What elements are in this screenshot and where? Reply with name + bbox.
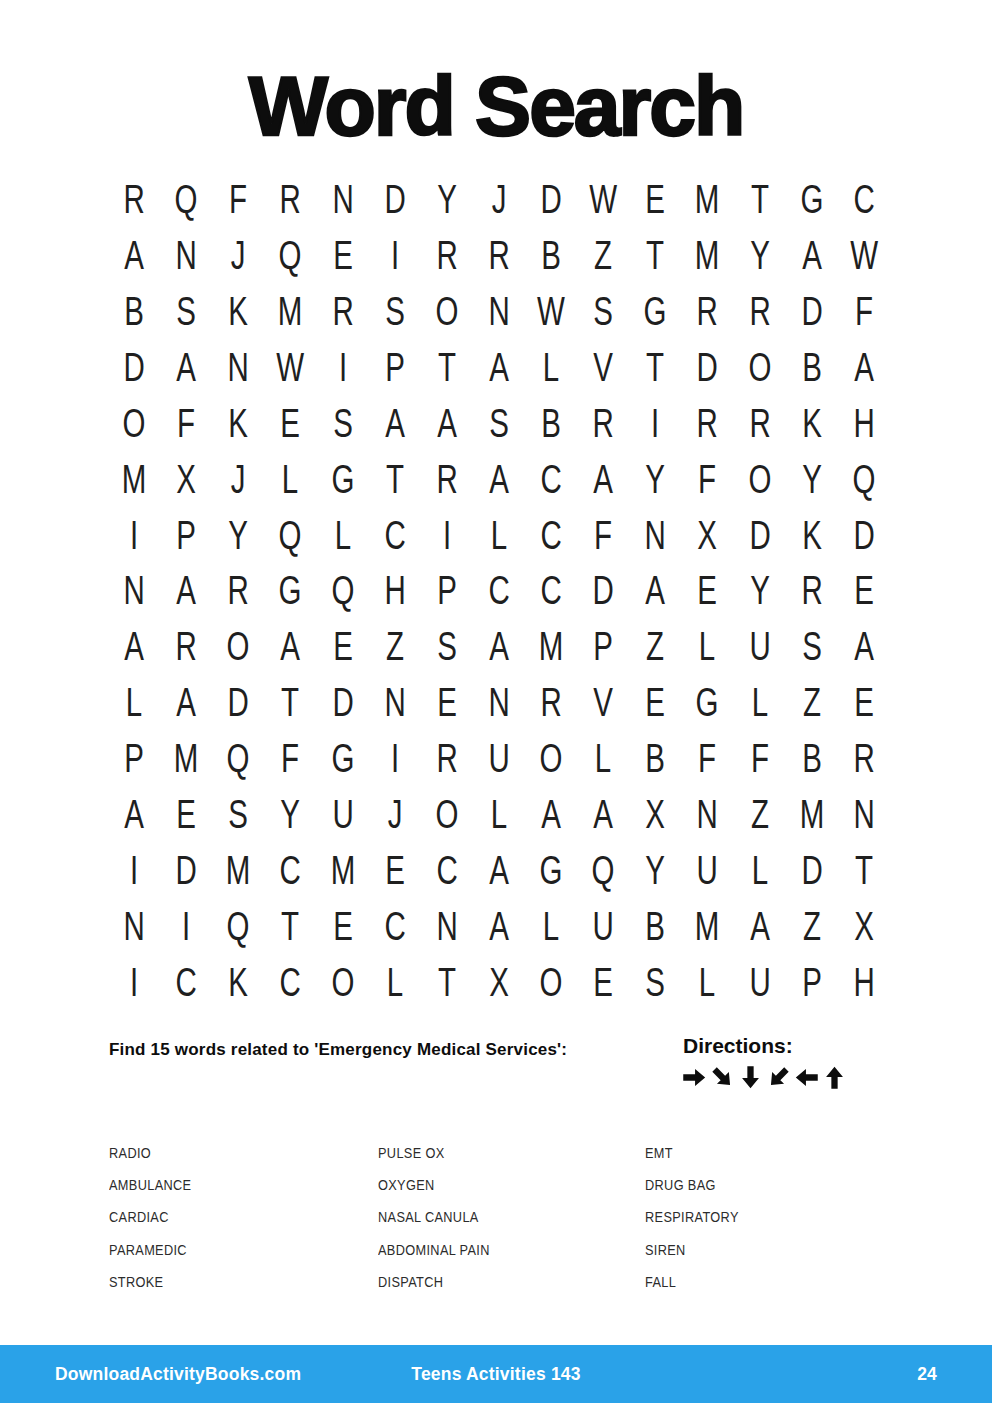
grid-cell-r13c13[interactable]: L: [741, 842, 779, 898]
grid-cell-r13c4[interactable]: C: [272, 842, 310, 898]
page-title: Word Search: [0, 58, 992, 155]
grid-cell-r11c15[interactable]: R: [845, 731, 883, 787]
grid-cell-r5c3[interactable]: K: [220, 395, 258, 451]
grid-cell-r1c7[interactable]: Y: [428, 172, 466, 228]
grid-cell-r11c2[interactable]: M: [167, 731, 205, 787]
grid-cell-r13c7[interactable]: C: [428, 842, 466, 898]
grid-cell-r11c11[interactable]: B: [637, 731, 675, 787]
grid-cell-r5c6[interactable]: A: [376, 395, 414, 451]
word-item: OXYGEN: [378, 1168, 605, 1200]
grid-cell-r8c7[interactable]: P: [428, 563, 466, 619]
grid-cell-r15c14[interactable]: P: [793, 954, 831, 1010]
clue-text: Find 15 words related to 'Emergency Medi…: [109, 1040, 669, 1060]
grid-cell-r1c2[interactable]: Q: [167, 172, 205, 228]
grid-cell-r9c11[interactable]: Z: [637, 619, 675, 675]
word-item: PULSE OX: [378, 1136, 605, 1168]
grid-cell-r8c6[interactable]: H: [376, 563, 414, 619]
grid-cell-r3c3[interactable]: K: [220, 284, 258, 340]
grid-cell-r15c12[interactable]: L: [689, 954, 727, 1010]
grid-cell-r5c9[interactable]: B: [532, 395, 570, 451]
grid-cell-r12c8[interactable]: L: [480, 787, 518, 843]
grid-cell-r11c10[interactable]: L: [584, 731, 622, 787]
grid-cell-r3c12[interactable]: R: [689, 284, 727, 340]
grid-cell-r14c6[interactable]: C: [376, 898, 414, 954]
grid-cell-r14c12[interactable]: M: [689, 898, 727, 954]
grid-cell-r10c15[interactable]: E: [845, 675, 883, 731]
grid-cell-r9c13[interactable]: U: [741, 619, 779, 675]
grid-cell-r15c3[interactable]: K: [220, 954, 258, 1010]
grid-cell-r3c5[interactable]: R: [324, 284, 362, 340]
grid-cell-r5c13[interactable]: R: [741, 395, 779, 451]
grid-cell-r2c7[interactable]: R: [428, 228, 466, 284]
grid-cell-r10c7[interactable]: E: [428, 675, 466, 731]
word-search-grid: RQFRNDYJDWEMTGCANJQEIRRBZTMYAWBSKMRSONWS…: [108, 172, 890, 1010]
grid-cell-r10c2[interactable]: A: [167, 675, 205, 731]
grid-cell-r4c8[interactable]: A: [480, 340, 518, 396]
grid-cell-r11c4[interactable]: F: [272, 731, 310, 787]
word-column-0: RADIOAMBULANCECARDIACPARAMEDICSTROKE: [109, 1136, 378, 1297]
grid-cell-r15c8[interactable]: X: [480, 954, 518, 1010]
grid-cell-r12c4[interactable]: Y: [272, 787, 310, 843]
grid-cell-r3c10[interactable]: S: [584, 284, 622, 340]
grid-cell-r3c6[interactable]: S: [376, 284, 414, 340]
grid-cell-r8c2[interactable]: A: [167, 563, 205, 619]
grid-cell-r1c14[interactable]: G: [793, 172, 831, 228]
grid-cell-r8c11[interactable]: A: [637, 563, 675, 619]
grid-cell-r5c10[interactable]: R: [584, 395, 622, 451]
grid-cell-r15c15[interactable]: H: [845, 954, 883, 1010]
grid-cell-r1c1[interactable]: R: [115, 172, 153, 228]
grid-cell-r14c3[interactable]: Q: [220, 898, 258, 954]
grid-cell-r2c5[interactable]: E: [324, 228, 362, 284]
grid-cell-r9c12[interactable]: L: [689, 619, 727, 675]
grid-cell-r10c10[interactable]: V: [584, 675, 622, 731]
grid-cell-r9c2[interactable]: R: [167, 619, 205, 675]
grid-cell-r3c8[interactable]: N: [480, 284, 518, 340]
grid-cell-r15c4[interactable]: C: [272, 954, 310, 1010]
grid-cell-r6c7[interactable]: R: [428, 451, 466, 507]
grid-cell-r6c6[interactable]: T: [376, 451, 414, 507]
grid-cell-r11c7[interactable]: R: [428, 731, 466, 787]
grid-cell-r4c10[interactable]: V: [584, 340, 622, 396]
grid-cell-r6c2[interactable]: X: [167, 451, 205, 507]
grid-cell-r6c8[interactable]: A: [480, 451, 518, 507]
arrow-down-right-icon: [703, 1058, 741, 1096]
grid-cell-r1c6[interactable]: D: [376, 172, 414, 228]
grid-cell-r12c6[interactable]: J: [376, 787, 414, 843]
grid-cell-r7c8[interactable]: L: [480, 507, 518, 563]
grid-cell-r7c7[interactable]: I: [428, 507, 466, 563]
grid-cell-r4c11[interactable]: T: [637, 340, 675, 396]
grid-cell-r3c4[interactable]: M: [272, 284, 310, 340]
grid-cell-r14c5[interactable]: E: [324, 898, 362, 954]
grid-cell-r10c3[interactable]: D: [220, 675, 258, 731]
word-item: AMBULANCE: [109, 1168, 338, 1200]
grid-cell-r15c7[interactable]: T: [428, 954, 466, 1010]
grid-cell-r10c13[interactable]: L: [741, 675, 779, 731]
grid-cell-r10c12[interactable]: G: [689, 675, 727, 731]
grid-cell-r6c1[interactable]: M: [115, 451, 153, 507]
grid-cell-r10c11[interactable]: E: [637, 675, 675, 731]
grid-cell-r3c7[interactable]: O: [428, 284, 466, 340]
grid-cell-r5c15[interactable]: H: [845, 395, 883, 451]
grid-cell-r13c8[interactable]: A: [480, 842, 518, 898]
grid-cell-r2c12[interactable]: M: [689, 228, 727, 284]
grid-cell-r5c2[interactable]: F: [167, 395, 205, 451]
grid-cell-r7c12[interactable]: X: [689, 507, 727, 563]
grid-cell-r7c15[interactable]: D: [845, 507, 883, 563]
grid-cell-r3c11[interactable]: G: [637, 284, 675, 340]
grid-cell-r12c7[interactable]: O: [428, 787, 466, 843]
directions-arrows: [681, 1064, 913, 1091]
grid-cell-r11c5[interactable]: G: [324, 731, 362, 787]
word-item: SIREN: [645, 1233, 861, 1265]
grid-cell-r9c5[interactable]: E: [324, 619, 362, 675]
grid-cell-r6c4[interactable]: L: [272, 451, 310, 507]
grid-cell-r2c6[interactable]: I: [376, 228, 414, 284]
grid-cell-r11c13[interactable]: F: [741, 731, 779, 787]
grid-cell-r12c10[interactable]: A: [584, 787, 622, 843]
grid-cell-r13c5[interactable]: M: [324, 842, 362, 898]
grid-cell-r5c12[interactable]: R: [689, 395, 727, 451]
grid-cell-r8c3[interactable]: R: [220, 563, 258, 619]
grid-cell-r8c1[interactable]: N: [115, 563, 153, 619]
grid-cell-r8c13[interactable]: Y: [741, 563, 779, 619]
grid-cell-r15c5[interactable]: O: [324, 954, 362, 1010]
grid-cell-r1c3[interactable]: F: [220, 172, 258, 228]
grid-cell-r7c5[interactable]: L: [324, 507, 362, 563]
word-item: PARAMEDIC: [109, 1233, 338, 1265]
grid-cell-r5c1[interactable]: O: [115, 395, 153, 451]
grid-cell-r2c3[interactable]: J: [220, 228, 258, 284]
grid-cell-r4c4[interactable]: W: [272, 340, 310, 396]
grid-cell-r12c13[interactable]: Z: [741, 787, 779, 843]
grid-cell-r11c1[interactable]: P: [115, 731, 153, 787]
grid-cell-r12c14[interactable]: M: [793, 787, 831, 843]
grid-cell-r12c15[interactable]: N: [845, 787, 883, 843]
word-item: ABDOMINAL PAIN: [378, 1233, 605, 1265]
grid-cell-r12c12[interactable]: N: [689, 787, 727, 843]
grid-cell-r2c4[interactable]: Q: [272, 228, 310, 284]
grid-cell-r7c4[interactable]: Q: [272, 507, 310, 563]
grid-cell-r9c3[interactable]: O: [220, 619, 258, 675]
grid-cell-r4c13[interactable]: O: [741, 340, 779, 396]
grid-cell-r9c6[interactable]: Z: [376, 619, 414, 675]
grid-cell-r7c14[interactable]: K: [793, 507, 831, 563]
grid-cell-r12c2[interactable]: E: [167, 787, 205, 843]
grid-cell-r8c9[interactable]: C: [532, 563, 570, 619]
word-item: EMT: [645, 1136, 861, 1168]
grid-cell-r2c2[interactable]: N: [167, 228, 205, 284]
grid-cell-r13c3[interactable]: M: [220, 842, 258, 898]
grid-cell-r5c7[interactable]: A: [428, 395, 466, 451]
directions-label: Directions:: [683, 1034, 913, 1058]
grid-cell-r4c9[interactable]: L: [532, 340, 570, 396]
grid-cell-r1c4[interactable]: R: [272, 172, 310, 228]
grid-cell-r13c6[interactable]: E: [376, 842, 414, 898]
grid-cell-r2c13[interactable]: Y: [741, 228, 779, 284]
grid-cell-r6c12[interactable]: F: [689, 451, 727, 507]
grid-cell-r4c2[interactable]: A: [167, 340, 205, 396]
grid-cell-r7c9[interactable]: C: [532, 507, 570, 563]
grid-cell-r13c2[interactable]: D: [167, 842, 205, 898]
grid-cell-r6c11[interactable]: Y: [637, 451, 675, 507]
footer-page-number: 24: [643, 1364, 937, 1385]
grid-cell-r11c12[interactable]: F: [689, 731, 727, 787]
arrow-up-icon: [821, 1064, 848, 1091]
word-column-2: EMTDRUG BAGRESPIRATORYSIRENFALL: [645, 1136, 899, 1297]
word-item: RADIO: [109, 1136, 338, 1168]
grid-cell-r9c10[interactable]: P: [584, 619, 622, 675]
grid-cell-r6c15[interactable]: Q: [845, 451, 883, 507]
grid-cell-r11c8[interactable]: U: [480, 731, 518, 787]
grid-cell-r13c12[interactable]: U: [689, 842, 727, 898]
grid-cell-r3c15[interactable]: F: [845, 284, 883, 340]
grid-cell-r3c9[interactable]: W: [532, 284, 570, 340]
grid-cell-r6c10[interactable]: A: [584, 451, 622, 507]
grid-cell-r1c11[interactable]: E: [637, 172, 675, 228]
grid-cell-r14c8[interactable]: A: [480, 898, 518, 954]
grid-cell-r4c1[interactable]: D: [115, 340, 153, 396]
grid-cell-r11c6[interactable]: I: [376, 731, 414, 787]
grid-cell-r7c13[interactable]: D: [741, 507, 779, 563]
grid-cell-r4c7[interactable]: T: [428, 340, 466, 396]
grid-cell-r13c11[interactable]: Y: [637, 842, 675, 898]
grid-cell-r8c5[interactable]: Q: [324, 563, 362, 619]
grid-cell-r4c3[interactable]: N: [220, 340, 258, 396]
grid-cell-r12c5[interactable]: U: [324, 787, 362, 843]
grid-cell-r7c1[interactable]: I: [115, 507, 153, 563]
grid-cell-r8c4[interactable]: G: [272, 563, 310, 619]
grid-cell-r4c12[interactable]: D: [689, 340, 727, 396]
grid-cell-r2c14[interactable]: A: [793, 228, 831, 284]
grid-cell-r1c15[interactable]: C: [845, 172, 883, 228]
word-list: RADIOAMBULANCECARDIACPARAMEDICSTROKE PUL…: [109, 1136, 899, 1297]
grid-cell-r4c6[interactable]: P: [376, 340, 414, 396]
grid-cell-r10c1[interactable]: L: [115, 675, 153, 731]
grid-cell-r13c10[interactable]: Q: [584, 842, 622, 898]
grid-cell-r9c15[interactable]: A: [845, 619, 883, 675]
grid-cell-r3c2[interactable]: S: [167, 284, 205, 340]
grid-cell-r5c11[interactable]: I: [637, 395, 675, 451]
grid-cell-r3c14[interactable]: D: [793, 284, 831, 340]
arrow-down-left-icon: [759, 1058, 797, 1096]
grid-cell-r15c2[interactable]: C: [167, 954, 205, 1010]
grid-cell-r9c14[interactable]: S: [793, 619, 831, 675]
grid-cell-r10c14[interactable]: Z: [793, 675, 831, 731]
arrow-left-icon: [793, 1064, 820, 1091]
grid-cell-r15c11[interactable]: S: [637, 954, 675, 1010]
footer-book-title: Teens Activities 143: [349, 1364, 643, 1385]
grid-cell-r14c15[interactable]: X: [845, 898, 883, 954]
grid-cell-r15c13[interactable]: U: [741, 954, 779, 1010]
grid-cell-r1c5[interactable]: N: [324, 172, 362, 228]
grid-cell-r8c15[interactable]: E: [845, 563, 883, 619]
grid-cell-r11c3[interactable]: Q: [220, 731, 258, 787]
grid-cell-r8c8[interactable]: C: [480, 563, 518, 619]
grid-cell-r2c11[interactable]: T: [637, 228, 675, 284]
grid-cell-r3c1[interactable]: B: [115, 284, 153, 340]
grid-cell-r13c15[interactable]: T: [845, 842, 883, 898]
grid-cell-r4c5[interactable]: I: [324, 340, 362, 396]
grid-cell-r1c8[interactable]: J: [480, 172, 518, 228]
grid-cell-r10c8[interactable]: N: [480, 675, 518, 731]
grid-cell-r7c2[interactable]: P: [167, 507, 205, 563]
grid-cell-r12c11[interactable]: X: [637, 787, 675, 843]
grid-cell-r14c4[interactable]: T: [272, 898, 310, 954]
grid-cell-r6c3[interactable]: J: [220, 451, 258, 507]
grid-cell-r2c1[interactable]: A: [115, 228, 153, 284]
grid-cell-r15c6[interactable]: L: [376, 954, 414, 1010]
grid-cell-r13c9[interactable]: G: [532, 842, 570, 898]
word-item: STROKE: [109, 1265, 338, 1297]
grid-cell-r2c8[interactable]: R: [480, 228, 518, 284]
grid-cell-r11c9[interactable]: O: [532, 731, 570, 787]
footer: DownloadActivityBooks.com Teens Activiti…: [0, 1345, 992, 1403]
grid-cell-r15c10[interactable]: E: [584, 954, 622, 1010]
grid-cell-r8c12[interactable]: E: [689, 563, 727, 619]
grid-cell-r10c6[interactable]: N: [376, 675, 414, 731]
grid-cell-r5c5[interactable]: S: [324, 395, 362, 451]
grid-cell-r5c14[interactable]: K: [793, 395, 831, 451]
word-item: FALL: [645, 1265, 861, 1297]
grid-cell-r10c5[interactable]: D: [324, 675, 362, 731]
word-item: CARDIAC: [109, 1201, 338, 1233]
grid-cell-r6c14[interactable]: Y: [793, 451, 831, 507]
grid-cell-r14c14[interactable]: Z: [793, 898, 831, 954]
grid-cell-r3c13[interactable]: R: [741, 284, 779, 340]
grid-cell-r5c8[interactable]: S: [480, 395, 518, 451]
grid-cell-r8c14[interactable]: R: [793, 563, 831, 619]
grid-cell-r7c11[interactable]: N: [637, 507, 675, 563]
grid-cell-r7c10[interactable]: F: [584, 507, 622, 563]
grid-cell-r5c4[interactable]: E: [272, 395, 310, 451]
grid-cell-r14c11[interactable]: B: [637, 898, 675, 954]
grid-cell-r12c1[interactable]: A: [115, 787, 153, 843]
footer-site-link[interactable]: DownloadActivityBooks.com: [55, 1364, 349, 1385]
grid-cell-r2c10[interactable]: Z: [584, 228, 622, 284]
grid-cell-r9c7[interactable]: S: [428, 619, 466, 675]
grid-cell-r6c13[interactable]: O: [741, 451, 779, 507]
grid-cell-r14c10[interactable]: U: [584, 898, 622, 954]
word-item: DISPATCH: [378, 1265, 605, 1297]
grid-cell-r9c4[interactable]: A: [272, 619, 310, 675]
grid-cell-r14c9[interactable]: L: [532, 898, 570, 954]
word-item: NASAL CANULA: [378, 1201, 605, 1233]
grid-cell-r2c15[interactable]: W: [845, 228, 883, 284]
grid-cell-r1c10[interactable]: W: [584, 172, 622, 228]
word-item: RESPIRATORY: [645, 1201, 861, 1233]
grid-cell-r13c14[interactable]: D: [793, 842, 831, 898]
grid-cell-r10c4[interactable]: T: [272, 675, 310, 731]
grid-cell-r15c9[interactable]: O: [532, 954, 570, 1010]
grid-cell-r6c5[interactable]: G: [324, 451, 362, 507]
grid-cell-r1c12[interactable]: M: [689, 172, 727, 228]
grid-cell-r1c13[interactable]: T: [741, 172, 779, 228]
grid-cell-r9c1[interactable]: A: [115, 619, 153, 675]
grid-cell-r14c7[interactable]: N: [428, 898, 466, 954]
grid-cell-r8c10[interactable]: D: [584, 563, 622, 619]
grid-cell-r13c1[interactable]: I: [115, 842, 153, 898]
grid-cell-r4c14[interactable]: B: [793, 340, 831, 396]
grid-cell-r11c14[interactable]: B: [793, 731, 831, 787]
directions-block: Directions:: [683, 1034, 913, 1091]
grid-cell-r12c3[interactable]: S: [220, 787, 258, 843]
grid-cell-r7c6[interactable]: C: [376, 507, 414, 563]
grid-cell-r7c3[interactable]: Y: [220, 507, 258, 563]
grid-cell-r10c9[interactable]: R: [532, 675, 570, 731]
grid-cell-r14c1[interactable]: N: [115, 898, 153, 954]
word-item: DRUG BAG: [645, 1168, 861, 1200]
grid-cell-r15c1[interactable]: I: [115, 954, 153, 1010]
grid-cell-r9c8[interactable]: A: [480, 619, 518, 675]
grid-cell-r12c9[interactable]: A: [532, 787, 570, 843]
grid-cell-r14c13[interactable]: A: [741, 898, 779, 954]
grid-cell-r6c9[interactable]: C: [532, 451, 570, 507]
grid-cell-r2c9[interactable]: B: [532, 228, 570, 284]
grid-cell-r1c9[interactable]: D: [532, 172, 570, 228]
grid-cell-r9c9[interactable]: M: [532, 619, 570, 675]
grid-cell-r4c15[interactable]: A: [845, 340, 883, 396]
grid-cell-r14c2[interactable]: I: [167, 898, 205, 954]
word-column-1: PULSE OXOXYGENNASAL CANULAABDOMINAL PAIN…: [378, 1136, 645, 1297]
